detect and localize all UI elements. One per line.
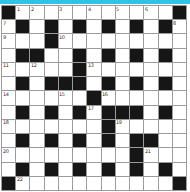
clue-number: 13 <box>88 62 93 68</box>
grid-cell[interactable] <box>87 134 100 147</box>
grid-cell[interactable] <box>130 91 143 104</box>
clue-number: 19 <box>116 119 121 125</box>
black-cell <box>116 106 129 119</box>
black-cell <box>73 49 86 62</box>
grid-cell[interactable] <box>130 34 143 47</box>
grid-cell[interactable] <box>59 177 72 190</box>
clue-number: 11 <box>3 62 8 68</box>
grid-cell[interactable] <box>144 163 157 176</box>
grid-cell[interactable] <box>30 134 43 147</box>
grid-cell[interactable] <box>45 91 58 104</box>
crossword-screen: 12345678910111213141516171819202122 <box>0 0 190 192</box>
grid-cell[interactable] <box>87 77 100 90</box>
grid-cell[interactable] <box>45 63 58 76</box>
black-cell <box>2 6 15 19</box>
black-cell <box>102 106 115 119</box>
grid-cell[interactable] <box>116 34 129 47</box>
grid-cell[interactable] <box>59 134 72 147</box>
black-cell <box>73 134 86 147</box>
black-cell <box>45 34 58 47</box>
grid-cell[interactable] <box>45 49 58 62</box>
black-cell <box>173 177 186 190</box>
grid-cell[interactable] <box>73 177 86 190</box>
black-cell <box>16 106 29 119</box>
black-cell <box>73 63 86 76</box>
grid-cell[interactable] <box>87 49 100 62</box>
grid-cell[interactable]: 3 <box>59 6 72 19</box>
grid-cell[interactable] <box>116 77 129 90</box>
grid-cell[interactable] <box>30 91 43 104</box>
grid-cell[interactable] <box>159 34 172 47</box>
grid-cell[interactable] <box>16 120 29 133</box>
black-cell <box>73 106 86 119</box>
clue-number: 21 <box>145 148 150 154</box>
grid-cell[interactable]: 5 <box>116 6 129 19</box>
grid-cell[interactable] <box>102 6 115 19</box>
black-cell <box>16 77 29 90</box>
grid-cell[interactable] <box>116 163 129 176</box>
grid-cell[interactable] <box>59 106 72 119</box>
grid-cell[interactable] <box>173 134 186 147</box>
grid-cell[interactable] <box>87 20 100 33</box>
grid-cell[interactable]: 17 <box>87 106 100 119</box>
black-cell <box>159 106 172 119</box>
grid-cell[interactable]: 19 <box>116 120 129 133</box>
grid-cell[interactable]: 7 <box>2 20 15 33</box>
black-cell <box>2 177 15 190</box>
clue-number: 16 <box>102 91 107 97</box>
grid-cell[interactable] <box>45 148 58 161</box>
grid-cell[interactable] <box>73 120 86 133</box>
grid-cell[interactable] <box>173 91 186 104</box>
black-cell <box>45 163 58 176</box>
black-cell <box>45 106 58 119</box>
grid-cell[interactable] <box>30 163 43 176</box>
grid-cell[interactable] <box>144 20 157 33</box>
grid-cell[interactable]: 14 <box>2 91 15 104</box>
grid-cell[interactable] <box>144 106 157 119</box>
grid-cell[interactable] <box>116 20 129 33</box>
black-cell <box>130 20 143 33</box>
grid-cell[interactable]: 12 <box>30 63 43 76</box>
grid-cell[interactable] <box>45 177 58 190</box>
grid-cell[interactable] <box>173 63 186 76</box>
black-cell <box>173 6 186 19</box>
grid-cell[interactable] <box>87 163 100 176</box>
grid-cell[interactable] <box>73 148 86 161</box>
grid-cell[interactable] <box>130 177 143 190</box>
grid-cell[interactable] <box>159 148 172 161</box>
grid-cell[interactable] <box>116 134 129 147</box>
grid-cell[interactable] <box>144 91 157 104</box>
black-cell <box>159 49 172 62</box>
clue-number: 14 <box>3 91 8 97</box>
grid-cell[interactable] <box>173 49 186 62</box>
grid-cell[interactable] <box>144 34 157 47</box>
grid-cell[interactable] <box>30 77 43 90</box>
black-cell <box>73 20 86 33</box>
grid-cell[interactable] <box>2 106 15 119</box>
clue-number: 3 <box>59 6 62 12</box>
grid-cell[interactable] <box>87 148 100 161</box>
grid-cell[interactable] <box>102 177 115 190</box>
grid-cell[interactable] <box>159 6 172 19</box>
clue-number: 4 <box>88 6 91 12</box>
grid-cell[interactable] <box>173 77 186 90</box>
grid-cell[interactable]: 16 <box>102 91 115 104</box>
grid-cell[interactable] <box>144 49 157 62</box>
grid-cell[interactable] <box>30 34 43 47</box>
grid-cell[interactable] <box>130 6 143 19</box>
grid-cell[interactable] <box>144 177 157 190</box>
grid-cell[interactable] <box>116 63 129 76</box>
grid-cell[interactable] <box>159 134 172 147</box>
black-cell <box>73 163 86 176</box>
clue-number: 12 <box>31 62 36 68</box>
grid-cell[interactable] <box>116 177 129 190</box>
grid-cell[interactable] <box>173 106 186 119</box>
grid-cell[interactable] <box>173 120 186 133</box>
clue-number: 22 <box>17 176 22 182</box>
grid-cell[interactable] <box>130 63 143 76</box>
grid-cell[interactable] <box>2 49 15 62</box>
crossword-grid[interactable]: 12345678910111213141516171819202122 <box>1 5 187 191</box>
black-cell <box>73 77 86 90</box>
grid-cell[interactable] <box>30 148 43 161</box>
grid-cell[interactable] <box>144 63 157 76</box>
black-cell <box>59 77 72 90</box>
grid-cell[interactable]: 21 <box>144 148 157 161</box>
black-cell <box>16 49 29 62</box>
grid-cell[interactable] <box>87 120 100 133</box>
grid-cell[interactable] <box>144 120 157 133</box>
clue-number: 7 <box>3 20 6 26</box>
grid-cell[interactable] <box>73 91 86 104</box>
grid-cell[interactable] <box>30 106 43 119</box>
grid-cell[interactable] <box>173 148 186 161</box>
black-cell <box>102 77 115 90</box>
grid-cell[interactable] <box>16 63 29 76</box>
grid-cell[interactable] <box>159 177 172 190</box>
grid-cell[interactable] <box>87 177 100 190</box>
grid-cell[interactable] <box>2 163 15 176</box>
grid-cell[interactable] <box>116 91 129 104</box>
grid-cell[interactable]: 2 <box>30 6 43 19</box>
top-accent-bar <box>0 0 190 4</box>
grid-cell[interactable]: 8 <box>173 20 186 33</box>
black-cell <box>102 49 115 62</box>
clue-number: 6 <box>145 6 148 12</box>
grid-cell[interactable] <box>59 63 72 76</box>
grid-cell[interactable] <box>102 34 115 47</box>
grid-cell[interactable]: 1 <box>16 6 29 19</box>
grid-cell[interactable] <box>2 134 15 147</box>
grid-cell[interactable] <box>159 120 172 133</box>
grid-cell[interactable] <box>144 77 157 90</box>
clue-number: 15 <box>59 91 64 97</box>
black-cell <box>130 148 143 161</box>
grid-cell[interactable] <box>87 34 100 47</box>
grid-cell[interactable] <box>59 163 72 176</box>
clue-number: 5 <box>116 6 119 12</box>
grid-cell[interactable] <box>102 148 115 161</box>
grid-cell[interactable] <box>173 163 186 176</box>
black-cell <box>159 77 172 90</box>
grid-cell[interactable] <box>59 148 72 161</box>
grid-cell[interactable]: 10 <box>59 34 72 47</box>
grid-cell[interactable] <box>116 49 129 62</box>
clue-number: 10 <box>59 34 64 40</box>
grid-cell[interactable]: 6 <box>144 6 157 19</box>
grid-cell[interactable]: 11 <box>2 63 15 76</box>
black-cell <box>130 106 143 119</box>
grid-cell[interactable] <box>130 120 143 133</box>
grid-cell[interactable] <box>16 91 29 104</box>
grid-cell[interactable] <box>30 20 43 33</box>
grid-cell[interactable] <box>2 77 15 90</box>
grid-cell[interactable] <box>159 91 172 104</box>
grid-cell[interactable] <box>16 148 29 161</box>
black-cell <box>130 77 143 90</box>
clue-number: 8 <box>173 20 176 26</box>
clue-number: 9 <box>3 34 6 40</box>
grid-cell[interactable] <box>59 49 72 62</box>
grid-cell[interactable] <box>59 20 72 33</box>
grid-cell[interactable]: 18 <box>2 120 15 133</box>
grid-cell[interactable] <box>116 148 129 161</box>
black-cell <box>16 20 29 33</box>
black-cell <box>102 120 115 133</box>
black-cell <box>130 49 143 62</box>
black-cell <box>102 20 115 33</box>
black-cell <box>16 134 29 147</box>
black-cell <box>130 134 143 147</box>
grid-cell[interactable]: 20 <box>2 148 15 161</box>
grid-cell[interactable] <box>73 34 86 47</box>
black-cell <box>102 163 115 176</box>
grid-cell[interactable]: 4 <box>87 6 100 19</box>
grid-cell[interactable] <box>59 120 72 133</box>
grid-cell[interactable] <box>102 63 115 76</box>
grid-cell[interactable] <box>16 34 29 47</box>
grid-cell[interactable] <box>173 34 186 47</box>
grid-cell[interactable]: 13 <box>87 63 100 76</box>
black-cell <box>16 163 29 176</box>
grid-cell[interactable] <box>45 120 58 133</box>
clue-number: 2 <box>31 6 34 12</box>
grid-cell[interactable] <box>73 6 86 19</box>
grid-cell[interactable]: 9 <box>2 34 15 47</box>
black-cell <box>130 163 143 176</box>
grid-cell[interactable]: 15 <box>59 91 72 104</box>
black-cell <box>102 134 115 147</box>
black-cell <box>45 77 58 90</box>
black-cell <box>159 163 172 176</box>
grid-cell[interactable]: 22 <box>16 177 29 190</box>
clue-number: 1 <box>17 6 20 12</box>
black-cell <box>30 49 43 62</box>
black-cell <box>159 20 172 33</box>
black-cell <box>144 134 157 147</box>
grid-cell[interactable] <box>159 63 172 76</box>
clue-number: 20 <box>3 148 8 154</box>
black-cell <box>45 134 58 147</box>
clue-number: 18 <box>3 119 8 125</box>
grid-cell[interactable] <box>45 6 58 19</box>
black-cell <box>45 20 58 33</box>
grid-cell[interactable] <box>30 120 43 133</box>
clue-number: 17 <box>88 105 93 111</box>
grid-cell[interactable] <box>30 177 43 190</box>
black-cell <box>87 91 100 104</box>
